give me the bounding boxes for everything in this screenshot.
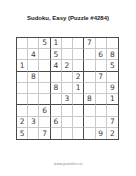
cell-r2c8: 6 bbox=[96, 49, 107, 60]
cell-r4c6: 2 bbox=[73, 72, 84, 83]
cell-r8c3 bbox=[39, 117, 50, 128]
cell-r7c9 bbox=[107, 105, 118, 116]
cell-r6c1 bbox=[17, 94, 28, 105]
cell-r4c8: 7 bbox=[96, 72, 107, 83]
cell-r3c4: 4 bbox=[51, 60, 62, 71]
cell-r6c9: 1 bbox=[107, 94, 118, 105]
cell-r8c7 bbox=[84, 117, 95, 128]
cell-r6c8 bbox=[96, 94, 107, 105]
cell-r4c9 bbox=[107, 72, 118, 83]
cell-r9c8: 9 bbox=[96, 128, 107, 139]
cell-r8c5 bbox=[62, 117, 73, 128]
cell-r5c8 bbox=[96, 83, 107, 94]
sudoku-grid: 51745681425827819381623675792 bbox=[16, 37, 119, 140]
cell-r2c9: 8 bbox=[107, 49, 118, 60]
cell-r8c9: 7 bbox=[107, 117, 118, 128]
cell-r5c4: 8 bbox=[51, 83, 62, 94]
cell-r8c1: 2 bbox=[17, 117, 28, 128]
cell-r1c7: 7 bbox=[84, 38, 95, 49]
cell-r7c7 bbox=[84, 105, 95, 116]
cell-r2c4: 5 bbox=[51, 49, 62, 60]
cell-r5c9: 9 bbox=[107, 83, 118, 94]
cell-r1c3: 5 bbox=[39, 38, 50, 49]
cell-r2c3 bbox=[39, 49, 50, 60]
page-title: Sudoku, Easy (Puzzle #4284) bbox=[0, 15, 136, 21]
cell-r8c2: 3 bbox=[28, 117, 39, 128]
cell-r2c2: 4 bbox=[28, 49, 39, 60]
cell-r2c6 bbox=[73, 49, 84, 60]
cell-r3c8 bbox=[96, 60, 107, 71]
cell-r7c3: 6 bbox=[39, 105, 50, 116]
cell-r6c2 bbox=[28, 94, 39, 105]
cell-r9c5 bbox=[62, 128, 73, 139]
cell-r4c7 bbox=[84, 72, 95, 83]
cell-r6c6 bbox=[73, 94, 84, 105]
cell-r9c1: 5 bbox=[17, 128, 28, 139]
cell-r3c3 bbox=[39, 60, 50, 71]
cell-r9c3: 7 bbox=[39, 128, 50, 139]
cell-r4c5 bbox=[62, 72, 73, 83]
cell-r3c1: 1 bbox=[17, 60, 28, 71]
cell-r7c5 bbox=[62, 105, 73, 116]
cell-r7c8 bbox=[96, 105, 107, 116]
cell-r5c3 bbox=[39, 83, 50, 94]
puzzle-page: { "game": "sudoku", "position": "0051007… bbox=[0, 0, 136, 176]
cell-r7c1 bbox=[17, 105, 28, 116]
cell-r3c7 bbox=[84, 60, 95, 71]
cell-r4c3 bbox=[39, 72, 50, 83]
cell-r7c2 bbox=[28, 105, 39, 116]
cell-r3c9: 5 bbox=[107, 60, 118, 71]
cell-r6c7: 8 bbox=[84, 94, 95, 105]
cell-r3c6 bbox=[73, 60, 84, 71]
cell-r2c1 bbox=[17, 49, 28, 60]
cell-r4c2: 8 bbox=[28, 72, 39, 83]
cell-r5c6: 1 bbox=[73, 83, 84, 94]
cell-r9c6 bbox=[73, 128, 84, 139]
cell-r2c7 bbox=[84, 49, 95, 60]
cell-r4c1 bbox=[17, 72, 28, 83]
cell-r7c4 bbox=[51, 105, 62, 116]
cell-r1c4: 1 bbox=[51, 38, 62, 49]
cell-r4c4 bbox=[51, 72, 62, 83]
cell-r1c5 bbox=[62, 38, 73, 49]
cell-r3c2 bbox=[28, 60, 39, 71]
cell-r6c4 bbox=[51, 94, 62, 105]
cell-r9c2 bbox=[28, 128, 39, 139]
cell-r3c5: 2 bbox=[62, 60, 73, 71]
cell-r2c5 bbox=[62, 49, 73, 60]
cell-r5c1 bbox=[17, 83, 28, 94]
cell-r9c9: 2 bbox=[107, 128, 118, 139]
cell-r1c8 bbox=[96, 38, 107, 49]
cell-r1c9 bbox=[107, 38, 118, 49]
cell-r1c1 bbox=[17, 38, 28, 49]
cell-r6c5: 3 bbox=[62, 94, 73, 105]
cell-r5c2 bbox=[28, 83, 39, 94]
cell-r5c5 bbox=[62, 83, 73, 94]
cell-r8c4: 6 bbox=[51, 117, 62, 128]
cell-r5c7 bbox=[84, 83, 95, 94]
cell-r7c6 bbox=[73, 105, 84, 116]
cell-r1c6 bbox=[73, 38, 84, 49]
cell-r9c4 bbox=[51, 128, 62, 139]
cell-r8c6 bbox=[73, 117, 84, 128]
footer-url: www.puzzles.ca bbox=[0, 161, 136, 166]
cell-r8c8 bbox=[96, 117, 107, 128]
cell-r9c7 bbox=[84, 128, 95, 139]
cell-r1c2 bbox=[28, 38, 39, 49]
cell-r6c3 bbox=[39, 94, 50, 105]
